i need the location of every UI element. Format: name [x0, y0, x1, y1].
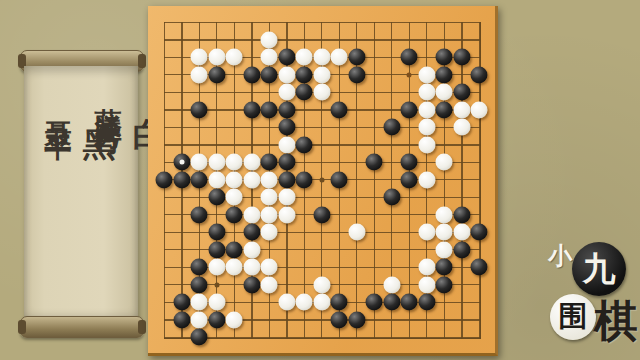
black-stone — [208, 241, 225, 258]
scroll-bottom-roller — [20, 316, 144, 338]
black-stone — [261, 101, 278, 118]
white-stone — [261, 189, 278, 206]
logo-char-black-disc: 九 — [583, 247, 616, 292]
black-stone — [383, 119, 400, 136]
black-stone — [383, 189, 400, 206]
black-stone — [278, 171, 295, 188]
black-stone — [401, 154, 418, 171]
black-stone — [401, 101, 418, 118]
logo-char-right: 棋 — [594, 292, 638, 351]
white-stone — [261, 206, 278, 223]
white-stone — [453, 101, 470, 118]
board-dot-marker — [407, 72, 412, 77]
white-stone — [436, 206, 453, 223]
app-logo: 小 九 围 棋 — [540, 232, 640, 352]
black-stone — [296, 66, 313, 83]
white-stone — [278, 189, 295, 206]
black-stone — [331, 101, 348, 118]
white-stone — [226, 189, 243, 206]
white-stone — [243, 206, 260, 223]
white-stone — [208, 171, 225, 188]
scroll-paper: 白 藤泽秀行 黑 聂卫平 — [24, 66, 138, 322]
black-stone — [453, 49, 470, 66]
white-stone — [418, 101, 435, 118]
white-stone — [261, 171, 278, 188]
white-stone — [208, 259, 225, 276]
black-stone — [208, 66, 225, 83]
black-stone — [436, 66, 453, 83]
white-stone — [261, 276, 278, 293]
black-stone — [191, 259, 208, 276]
white-stone — [436, 84, 453, 101]
black-stone — [243, 276, 260, 293]
black-stone — [278, 101, 295, 118]
white-stone — [436, 241, 453, 258]
white-stone — [313, 49, 330, 66]
black-stone — [331, 311, 348, 328]
black-stone — [191, 206, 208, 223]
white-stone — [278, 136, 295, 153]
black-stone — [173, 171, 190, 188]
white-stone — [313, 276, 330, 293]
black-stone — [401, 49, 418, 66]
white-stone — [383, 276, 400, 293]
black-stone — [173, 311, 190, 328]
white-stone — [436, 154, 453, 171]
white-stone — [278, 84, 295, 101]
black-stone — [191, 276, 208, 293]
white-stone — [226, 259, 243, 276]
black-stone — [366, 294, 383, 311]
black-stone — [436, 49, 453, 66]
white-stone — [226, 171, 243, 188]
black-stone — [436, 101, 453, 118]
logo-char-white-disc: 围 — [559, 297, 588, 337]
black-stone — [208, 189, 225, 206]
black-stone — [173, 294, 190, 311]
black-stone — [191, 101, 208, 118]
white-stone — [243, 241, 260, 258]
white-stone — [226, 154, 243, 171]
black-stone — [453, 84, 470, 101]
white-stone — [208, 154, 225, 171]
white-stone — [418, 171, 435, 188]
black-stone — [348, 311, 365, 328]
black-stone — [243, 224, 260, 241]
white-stone — [243, 259, 260, 276]
white-stone — [313, 294, 330, 311]
white-stone — [418, 259, 435, 276]
black-stone — [296, 136, 313, 153]
black-stone — [261, 66, 278, 83]
white-stone — [191, 154, 208, 171]
white-stone — [453, 224, 470, 241]
white-stone — [296, 49, 313, 66]
black-stone — [348, 66, 365, 83]
black-stone — [331, 294, 348, 311]
black-stone — [471, 259, 488, 276]
white-stone — [226, 311, 243, 328]
white-stone — [418, 119, 435, 136]
hoshi-point — [319, 177, 324, 182]
player-scroll: 白 藤泽秀行 黑 聂卫平 — [20, 50, 142, 338]
white-stone — [331, 49, 348, 66]
white-stone — [278, 206, 295, 223]
white-stone — [348, 224, 365, 241]
black-player-label: 黑 — [76, 90, 121, 121]
black-player-column: 黑 聂卫平 — [40, 90, 121, 121]
white-stone — [261, 224, 278, 241]
white-stone — [453, 119, 470, 136]
black-stone — [366, 154, 383, 171]
black-stone — [296, 84, 313, 101]
last-move-marker — [179, 160, 184, 165]
white-stone — [313, 66, 330, 83]
white-stone — [261, 49, 278, 66]
logo-black-stone-disc: 九 — [572, 242, 626, 296]
black-stone — [401, 294, 418, 311]
white-stone — [436, 224, 453, 241]
black-stone — [278, 154, 295, 171]
white-stone — [226, 49, 243, 66]
white-stone — [418, 84, 435, 101]
white-stone — [418, 224, 435, 241]
black-stone — [208, 224, 225, 241]
black-stone — [243, 66, 260, 83]
scroll-roller-cap — [138, 54, 146, 68]
white-stone — [243, 171, 260, 188]
white-stone — [278, 294, 295, 311]
white-stone — [418, 66, 435, 83]
black-stone — [471, 66, 488, 83]
logo-white-stone-disc: 围 — [550, 294, 596, 340]
black-stone — [191, 329, 208, 346]
black-stone — [278, 119, 295, 136]
white-stone — [191, 294, 208, 311]
white-stone — [418, 136, 435, 153]
black-stone — [243, 101, 260, 118]
black-stone — [331, 171, 348, 188]
white-stone — [261, 31, 278, 48]
screenshot-stage: 白 藤泽秀行 黑 聂卫平 小 九 围 棋 — [0, 0, 640, 360]
white-stone — [296, 294, 313, 311]
black-stone — [418, 294, 435, 311]
white-stone — [313, 84, 330, 101]
board-grid[interactable] — [164, 22, 480, 338]
black-stone — [436, 276, 453, 293]
white-stone — [191, 49, 208, 66]
logo-char-small: 小 — [548, 240, 572, 272]
white-stone — [191, 66, 208, 83]
black-stone — [453, 206, 470, 223]
black-stone — [436, 259, 453, 276]
white-stone — [208, 49, 225, 66]
white-stone — [261, 259, 278, 276]
white-stone — [471, 101, 488, 118]
white-stone — [191, 311, 208, 328]
black-stone — [348, 49, 365, 66]
scroll-roller-cap — [138, 320, 146, 334]
white-stone — [278, 66, 295, 83]
black-stone — [156, 171, 173, 188]
black-stone — [453, 241, 470, 258]
black-player-name: 聂卫平 — [40, 100, 76, 121]
white-stone — [243, 154, 260, 171]
black-stone — [383, 294, 400, 311]
black-stone — [401, 171, 418, 188]
black-stone — [208, 311, 225, 328]
black-stone — [278, 49, 295, 66]
white-stone — [208, 294, 225, 311]
black-stone — [313, 206, 330, 223]
black-stone — [226, 241, 243, 258]
scroll-roller-cap — [18, 320, 26, 334]
black-stone — [191, 171, 208, 188]
black-stone — [471, 224, 488, 241]
black-stone — [261, 154, 278, 171]
hoshi-point — [214, 282, 219, 287]
go-board[interactable] — [148, 6, 498, 356]
black-stone — [296, 171, 313, 188]
black-stone — [226, 206, 243, 223]
white-stone — [418, 276, 435, 293]
